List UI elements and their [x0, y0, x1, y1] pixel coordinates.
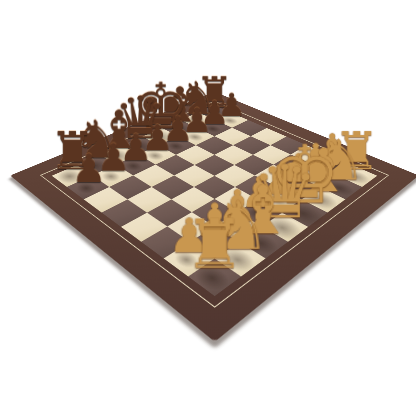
white-rook-icon: ♜ [184, 210, 245, 277]
scene: ♜♞♝♛♚♝♞♜♟♟♟♟♟♟♟♟♟♟♟♟♟♟♟♟♜♞♝♛♚♝♞♜ [0, 0, 416, 416]
black-pawn-icon: ♟ [70, 148, 105, 187]
chess-board: ♜♞♝♛♚♝♞♜♟♟♟♟♟♟♟♟♟♟♟♟♟♟♟♟♜♞♝♛♚♝♞♜ [10, 91, 416, 341]
